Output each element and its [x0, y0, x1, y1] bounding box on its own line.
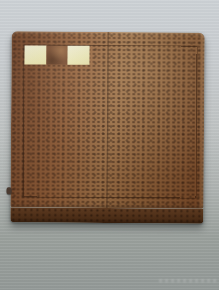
checkerboard	[24, 45, 197, 197]
square-b8	[46, 46, 68, 65]
clasp-pin	[7, 187, 12, 194]
board-side-face	[10, 207, 203, 223]
chess-board-box	[10, 31, 204, 223]
photo-of-chess-set: ∙∙∙∙∙∙∙∙∙∙	[0, 0, 219, 290]
watermark: ∙∙∙∙∙∙∙∙∙∙	[158, 275, 216, 287]
board-top-surface	[10, 31, 204, 208]
square-c8	[67, 46, 89, 65]
square-a8	[24, 45, 46, 64]
